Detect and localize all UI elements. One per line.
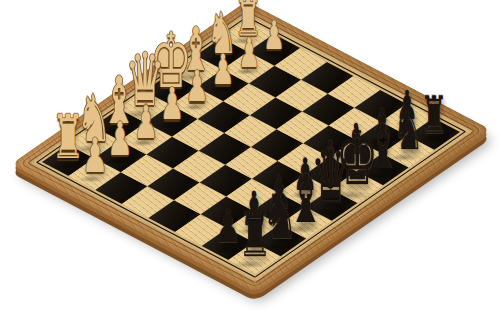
board-top-face <box>11 1 492 293</box>
chess-set-photo: ♜♞♝♛♚♝♞♜♟♟♟♟♟♟♟♟♟♟♟♟♟♟♟♟♜♞♝♛♚♝♞♜ <box>0 0 500 322</box>
squares-grid <box>42 20 460 274</box>
